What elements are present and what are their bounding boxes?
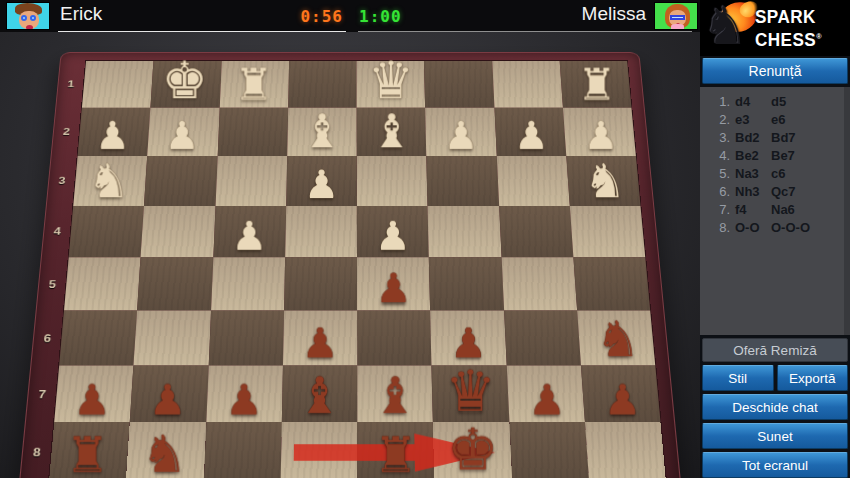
move-row: 1.d4d5 [708,92,850,110]
square-c1[interactable] [424,61,494,108]
square-f8[interactable] [203,422,281,478]
square-h7[interactable]: ♟ [54,365,134,422]
open-chat-button[interactable]: Deschide chat [702,394,848,420]
square-b6[interactable] [504,311,581,366]
square-f6[interactable] [208,311,284,366]
square-h8[interactable]: ♜ [49,422,130,478]
square-b3[interactable] [496,156,569,206]
square-b7[interactable]: ♟ [506,365,584,422]
square-a7[interactable]: ♟ [581,365,661,422]
square-b2[interactable]: ♟ [494,108,566,156]
resign-button[interactable]: Renunță [702,58,848,84]
square-c5[interactable] [429,257,504,310]
move-row: 5.Na3c6 [708,164,850,182]
piece-black-knight-a6[interactable]: ♞ [596,314,640,363]
board-grid: ♚♜♛♜♟♟♝♝♟♟♟♞♟♞♟♟♟♟♟♞♟♟♟♝♝♛♟♟♜♞♜♚ [48,60,667,478]
white-move: Be2 [735,148,771,163]
black-move: Qc7 [771,184,796,199]
style-button[interactable]: Stil [702,365,774,391]
white-move: d4 [735,94,771,109]
rank-label-5: 5 [37,257,68,310]
square-h3[interactable]: ♞ [73,156,147,206]
erick-avatar [6,2,50,30]
clock-left: 0:56 [300,7,343,26]
export-button[interactable]: Exportă [777,365,849,391]
piece-black-bishop-d7[interactable]: ♝ [373,370,418,420]
white-move: e3 [735,112,771,127]
rank-label-2: 2 [52,107,81,155]
scrollbar-track[interactable] [844,87,850,335]
square-b5[interactable] [501,257,577,310]
move-number: 6. [708,184,730,199]
square-g7[interactable]: ♟ [130,365,208,422]
square-a3[interactable]: ♞ [566,156,640,206]
square-d7[interactable]: ♝ [357,365,433,422]
square-d2[interactable]: ♝ [357,108,427,156]
board-stage: ♚♜♛♜♟♟♝♝♟♟♟♞♟♞♟♟♟♟♟♞♟♟♟♝♝♛♟♟♜♞♜♚ 1234567… [0,32,700,478]
piece-white-pawn-h2[interactable]: ♟ [95,116,130,155]
square-e4[interactable] [285,206,357,257]
white-move: Na3 [735,166,771,181]
piece-white-rook-f1[interactable]: ♜ [234,63,273,107]
piece-black-king-c8[interactable]: ♚ [447,422,499,478]
white-move: O-O [735,220,771,235]
white-move: f4 [735,202,771,217]
rank-label-8: 8 [20,423,53,478]
black-move: e6 [771,112,785,127]
avatar-shirt [671,24,684,30]
black-move: c6 [771,166,785,181]
white-move: Bd2 [735,130,771,145]
square-b1[interactable] [492,61,563,108]
square-a1[interactable]: ♜ [559,61,631,108]
move-row: 4.Be2Be7 [708,146,850,164]
piece-black-pawn-g7[interactable]: ♟ [149,379,187,421]
piece-white-king-g1[interactable]: ♚ [162,55,208,106]
square-e7[interactable]: ♝ [282,365,358,422]
square-b4[interactable] [499,206,573,257]
move-number: 1. [708,94,730,109]
square-g4[interactable] [141,206,215,257]
square-g3[interactable] [144,156,217,206]
piece-white-bishop-e2[interactable]: ♝ [301,108,343,154]
move-row: 7.f4Na6 [708,200,850,218]
square-f2[interactable] [217,108,288,156]
logo-line2: CHESS® [755,27,822,50]
piece-white-rook-a1[interactable]: ♜ [577,63,616,107]
move-number: 5. [708,166,730,181]
square-a5[interactable] [573,257,650,310]
move-number: 7. [708,202,730,217]
piece-white-pawn-g2[interactable]: ♟ [165,116,200,155]
rank-label-6: 6 [31,311,63,366]
move-row: 3.Bd2Bd7 [708,128,850,146]
sparkchess-app: Erick 0:56 1:00 Melissa ♚♜♛♜♟♟♝♝♟♟♟♞♟♞♟♟… [0,0,850,478]
square-g2[interactable]: ♟ [147,108,219,156]
piece-black-pawn-f7[interactable]: ♟ [225,379,263,421]
square-a2[interactable]: ♟ [563,108,636,156]
square-c4[interactable] [428,206,501,257]
piece-white-pawn-f4[interactable]: ♟ [231,216,267,256]
chess-board: ♚♜♛♜♟♟♝♝♟♟♟♞♟♞♟♟♟♟♟♞♟♟♟♝♝♛♟♟♜♞♜♚ 1234567… [16,52,684,478]
move-row: 2.e3e6 [708,110,850,128]
glasses-icon [670,15,685,20]
melissa-avatar [654,2,698,30]
rank-label-7: 7 [26,366,58,423]
move-number: 8. [708,220,730,235]
square-e2[interactable]: ♝ [287,108,357,156]
square-d4[interactable]: ♟ [357,206,429,257]
square-h1[interactable] [82,61,154,108]
square-c3[interactable] [427,156,499,206]
black-move: d5 [771,94,786,109]
black-move: Be7 [771,148,795,163]
sidebar: ♞ SPARK CHESS® Renunță 1.d4d52.e3e63.Bd2… [700,0,850,478]
move-list-rows: 1.d4d52.e3e63.Bd2Bd74.Be2Be75.Na3c66.Nh3… [708,92,850,236]
black-move: Na6 [771,202,795,217]
move-row: 6.Nh3Qc7 [708,182,850,200]
piece-black-bishop-e7[interactable]: ♝ [297,370,342,420]
square-f4[interactable]: ♟ [213,206,286,257]
piece-white-knight-a3[interactable]: ♞ [584,157,626,204]
piece-white-bishop-d2[interactable]: ♝ [371,108,413,154]
piece-white-pawn-a2[interactable]: ♟ [584,116,619,155]
square-a6[interactable]: ♞ [577,311,655,366]
piece-white-pawn-e3[interactable]: ♟ [304,165,339,204]
piece-black-pawn-h7[interactable]: ♟ [73,379,111,421]
piece-black-pawn-a7[interactable]: ♟ [604,379,642,421]
square-a8[interactable] [585,422,666,478]
piece-black-pawn-c6[interactable]: ♟ [450,322,487,363]
move-number: 2. [708,112,730,127]
rank-label-3: 3 [47,156,77,206]
black-move: O-O-O [771,220,810,235]
knight-logo-icon: ♞ [702,0,749,55]
move-number: 4. [708,148,730,163]
square-d3[interactable] [357,156,428,206]
square-g6[interactable] [134,311,211,366]
style-export-row: Stil Exportă [702,365,848,391]
move-row: 8.O-OO-O-O [708,218,850,236]
piece-black-pawn-d5[interactable]: ♟ [376,268,412,309]
square-c6[interactable]: ♟ [430,311,506,366]
square-h5[interactable] [64,257,141,310]
top-bar: Erick 0:56 1:00 Melissa [0,0,700,32]
black-move: Bd7 [771,130,796,145]
square-g8[interactable]: ♞ [126,422,206,478]
logo-line1: SPARK [755,7,822,27]
square-e3[interactable]: ♟ [286,156,357,206]
piece-white-pawn-b2[interactable]: ♟ [514,116,549,155]
square-f3[interactable] [215,156,287,206]
avatar-mouth [26,25,33,30]
square-f7[interactable]: ♟ [206,365,283,422]
white-move: Nh3 [735,184,771,199]
piece-white-pawn-c2[interactable]: ♟ [444,116,479,155]
square-g5[interactable] [137,257,213,310]
square-e6[interactable]: ♟ [283,311,358,366]
player-name-left: Erick [60,3,102,25]
square-e1[interactable] [288,61,357,108]
piece-white-pawn-d4[interactable]: ♟ [375,216,411,256]
square-d6[interactable] [357,311,432,366]
square-g1[interactable]: ♚ [151,61,222,108]
offer-draw-button[interactable]: Oferă Remiză [702,338,848,362]
main-column: Erick 0:56 1:00 Melissa ♚♜♛♜♟♟♝♝♟♟♟♞♟♞♟♟… [0,0,700,478]
piece-black-rook-h8[interactable]: ♜ [66,430,110,478]
square-h4[interactable] [69,206,144,257]
rank-label-1: 1 [56,60,85,107]
piece-black-pawn-e6[interactable]: ♟ [302,322,339,363]
fullscreen-button[interactable]: Tot ecranul [702,452,848,478]
square-f1[interactable]: ♜ [219,61,289,108]
sound-button[interactable]: Sunet [702,423,848,449]
sparkchess-logo: ♞ SPARK CHESS® [700,0,850,56]
clock-right: 1:00 [359,7,402,26]
square-d1[interactable]: ♛ [357,61,426,108]
square-c7[interactable]: ♛ [432,365,509,422]
player-name-right: Melissa [582,3,646,25]
square-e5[interactable] [284,257,357,310]
logo-text: SPARK CHESS® [755,7,822,50]
piece-black-pawn-b7[interactable]: ♟ [528,379,566,421]
square-h2[interactable]: ♟ [78,108,151,156]
glasses-icon [21,15,27,21]
piece-white-queen-d1[interactable]: ♛ [368,55,414,106]
square-f5[interactable] [211,257,285,310]
square-d5[interactable]: ♟ [357,257,430,310]
piece-black-rook-d8[interactable]: ♜ [374,430,418,478]
square-c2[interactable]: ♟ [425,108,496,156]
piece-white-knight-h3[interactable]: ♞ [88,157,130,204]
board-frame: ♚♜♛♜♟♟♝♝♟♟♟♞♟♞♟♟♟♟♟♞♟♟♟♝♝♛♟♟♜♞♜♚ 1234567… [16,52,684,478]
square-a4[interactable] [570,206,646,257]
square-b8[interactable] [509,422,589,478]
move-number: 3. [708,130,730,145]
piece-black-queen-c7[interactable]: ♛ [446,364,497,421]
piece-black-knight-g8[interactable]: ♞ [142,428,188,478]
rank-label-4: 4 [42,206,72,258]
square-h6[interactable] [59,311,137,366]
move-list: 1.d4d52.e3e63.Bd2Bd74.Be2Be75.Na3c66.Nh3… [700,87,850,335]
